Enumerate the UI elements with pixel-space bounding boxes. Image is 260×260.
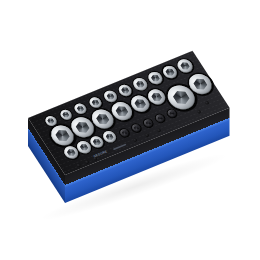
hex-drive-opening <box>121 130 129 137</box>
foam-hole <box>132 138 137 142</box>
bit-body <box>130 123 142 134</box>
bit-body <box>118 128 130 139</box>
product-photo-scene: GEDORE <box>0 0 260 260</box>
hex-drive-opening <box>132 97 148 110</box>
foam-hole <box>156 128 161 132</box>
foam-hole <box>84 160 89 164</box>
hex-drive-opening <box>168 110 176 117</box>
foam-brand-label: GEDORE <box>93 150 108 158</box>
hex-drive-opening <box>104 132 115 141</box>
hex-drive-opening <box>170 88 193 107</box>
hex-drive-opening <box>78 142 90 152</box>
bit-body <box>154 113 166 124</box>
hex-bit <box>129 122 144 135</box>
hex-drive-opening <box>94 111 112 126</box>
hex-drive-opening <box>113 104 130 119</box>
hex-drive-opening <box>144 120 152 127</box>
hex-drive-opening <box>75 105 85 113</box>
foam-hole <box>204 101 209 105</box>
hex-drive-opening <box>120 86 131 95</box>
foam-hole <box>76 163 81 167</box>
hex-bit <box>117 127 132 140</box>
hex-bit <box>141 117 156 130</box>
hex-drive-opening <box>65 147 77 157</box>
hex-drive-opening <box>149 91 164 103</box>
hex-drive-opening <box>191 76 210 92</box>
hex-drive-opening <box>90 98 100 107</box>
hex-drive-opening <box>134 79 146 89</box>
foam-hole <box>196 109 201 113</box>
hex-drive-opening <box>105 92 116 101</box>
hex-drive-opening <box>149 73 161 83</box>
bit-body <box>142 118 154 129</box>
socket-body <box>72 102 88 116</box>
hex-drive-opening <box>91 137 102 146</box>
foam-code-smudge <box>113 144 127 151</box>
hex-drive-opening <box>132 125 140 132</box>
hex-drive-opening <box>156 115 164 122</box>
hex-bit <box>153 112 168 125</box>
hex-drive-opening <box>179 61 192 72</box>
hex-drive-opening <box>61 111 71 119</box>
hex-drive-opening <box>164 67 176 77</box>
foam-hole <box>144 133 149 137</box>
hex-drive-opening <box>53 127 73 144</box>
hex-drive-opening <box>73 119 92 135</box>
